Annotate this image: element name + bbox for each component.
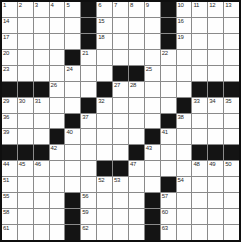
cell-r8c4[interactable] bbox=[50, 114, 65, 129]
cell-r1c10[interactable]: 9 bbox=[145, 2, 160, 17]
cell-r3c14[interactable] bbox=[208, 34, 223, 49]
cell-r5c3[interactable] bbox=[34, 66, 49, 81]
cell-r13c9[interactable] bbox=[129, 193, 144, 208]
clue-number: 6 bbox=[98, 2, 101, 9]
cell-r5c13[interactable] bbox=[192, 66, 207, 81]
cell-r15c7[interactable] bbox=[97, 225, 112, 240]
cell-r3c11-block bbox=[161, 34, 176, 49]
clue-number: 57 bbox=[162, 193, 168, 200]
clue-number: 62 bbox=[82, 225, 88, 232]
cell-r3c15[interactable] bbox=[224, 34, 239, 49]
cell-r6c13-block bbox=[192, 82, 207, 97]
cell-r15c6[interactable]: 62 bbox=[81, 225, 96, 240]
clue-number: 34 bbox=[209, 98, 215, 105]
cell-r11c8-block bbox=[113, 161, 128, 176]
cell-r11c5[interactable] bbox=[65, 161, 80, 176]
clue-number: 13 bbox=[225, 2, 231, 9]
cell-r12c13[interactable] bbox=[192, 177, 207, 192]
cell-r8c14[interactable] bbox=[208, 114, 223, 129]
cell-r13c4[interactable] bbox=[50, 193, 65, 208]
cell-r13c14[interactable] bbox=[208, 193, 223, 208]
clue-number: 7 bbox=[114, 2, 117, 9]
cell-r6c4[interactable]: 26 bbox=[50, 82, 65, 97]
cell-r10c10[interactable]: 43 bbox=[145, 145, 160, 160]
cell-r2c4[interactable] bbox=[50, 18, 65, 33]
cell-r3c6-block bbox=[81, 34, 96, 49]
clue-number: 9 bbox=[146, 2, 149, 9]
clue-number: 3 bbox=[35, 2, 38, 9]
cell-r5c2[interactable] bbox=[18, 66, 33, 81]
clue-number: 36 bbox=[3, 114, 9, 121]
cell-r6c14-block bbox=[208, 82, 223, 97]
cell-r12c6[interactable] bbox=[81, 177, 96, 192]
cell-r14c3[interactable] bbox=[34, 209, 49, 224]
cell-r1c11-block bbox=[161, 2, 176, 17]
cell-r9c15[interactable] bbox=[224, 129, 239, 144]
cell-r10c11[interactable] bbox=[161, 145, 176, 160]
cell-r4c10[interactable] bbox=[145, 50, 160, 65]
cell-r13c15[interactable] bbox=[224, 193, 239, 208]
cell-r4c7[interactable] bbox=[97, 50, 112, 65]
cell-r12c10[interactable] bbox=[145, 177, 160, 192]
clue-number: 30 bbox=[19, 98, 25, 105]
cell-r6c6[interactable] bbox=[81, 82, 96, 97]
cell-r14c9[interactable] bbox=[129, 209, 144, 224]
cell-r7c13[interactable]: 33 bbox=[192, 98, 207, 113]
cell-r3c2[interactable] bbox=[18, 34, 33, 49]
clue-number: 2 bbox=[19, 2, 22, 9]
cell-r13c2[interactable] bbox=[18, 193, 33, 208]
cell-r6c12[interactable] bbox=[177, 82, 192, 97]
cell-r10c7[interactable] bbox=[97, 145, 112, 160]
cell-r1c9[interactable]: 8 bbox=[129, 2, 144, 17]
cell-r9c8[interactable] bbox=[113, 129, 128, 144]
cell-r2c13[interactable] bbox=[192, 18, 207, 33]
cell-r9c5[interactable]: 40 bbox=[65, 129, 80, 144]
cell-r5c5[interactable]: 24 bbox=[65, 66, 80, 81]
cell-r15c9[interactable] bbox=[129, 225, 144, 240]
clue-number: 15 bbox=[98, 18, 104, 25]
cell-r11c9[interactable]: 47 bbox=[129, 161, 144, 176]
cell-r9c3[interactable] bbox=[34, 129, 49, 144]
clue-number: 38 bbox=[178, 114, 184, 121]
cell-r14c4[interactable] bbox=[50, 209, 65, 224]
cell-r10c13-block bbox=[192, 145, 207, 160]
cell-r7c15[interactable]: 35 bbox=[224, 98, 239, 113]
cell-r2c1[interactable]: 14 bbox=[2, 18, 17, 33]
clue-number: 50 bbox=[225, 161, 231, 168]
cell-r4c5-block bbox=[65, 50, 80, 65]
cell-r15c8[interactable] bbox=[113, 225, 128, 240]
cell-r9c13[interactable] bbox=[192, 129, 207, 144]
cell-r7c14[interactable]: 34 bbox=[208, 98, 223, 113]
cell-r11c4[interactable] bbox=[50, 161, 65, 176]
cell-r9c12[interactable] bbox=[177, 129, 192, 144]
cell-r10c12[interactable] bbox=[177, 145, 192, 160]
cell-r5c11[interactable] bbox=[161, 66, 176, 81]
clue-number: 39 bbox=[3, 129, 9, 136]
cell-r1c3[interactable]: 3 bbox=[34, 2, 49, 17]
cell-r7c7[interactable]: 32 bbox=[97, 98, 112, 113]
cell-r15c4[interactable] bbox=[50, 225, 65, 240]
cell-r1c15[interactable]: 13 bbox=[224, 2, 239, 17]
clue-number: 58 bbox=[3, 209, 9, 216]
cell-r5c12[interactable] bbox=[177, 66, 192, 81]
cell-r4c14[interactable] bbox=[208, 50, 223, 65]
cell-r4c8[interactable] bbox=[113, 50, 128, 65]
cell-r6c1-block bbox=[2, 82, 17, 97]
cell-r8c10[interactable] bbox=[145, 114, 160, 129]
cell-r13c5-block bbox=[65, 193, 80, 208]
cell-r8c11-block bbox=[161, 114, 176, 129]
cell-r10c5[interactable] bbox=[65, 145, 80, 160]
clue-number: 31 bbox=[35, 98, 41, 105]
cell-r11c3[interactable]: 46 bbox=[34, 161, 49, 176]
clue-number: 19 bbox=[178, 34, 184, 41]
cell-r10c8[interactable] bbox=[113, 145, 128, 160]
clue-number: 35 bbox=[225, 98, 231, 105]
cell-r14c1[interactable]: 58 bbox=[2, 209, 17, 224]
clue-number: 41 bbox=[162, 129, 168, 136]
clue-number: 11 bbox=[193, 2, 199, 9]
cell-r4c13[interactable] bbox=[192, 50, 207, 65]
clue-number: 56 bbox=[82, 193, 88, 200]
clue-number: 48 bbox=[193, 161, 199, 168]
cell-r12c7[interactable]: 52 bbox=[97, 177, 112, 192]
cell-r6c5[interactable] bbox=[65, 82, 80, 97]
cell-r12c5[interactable] bbox=[65, 177, 80, 192]
cell-r9c9[interactable] bbox=[129, 129, 144, 144]
cell-r15c11[interactable]: 63 bbox=[161, 225, 176, 240]
cell-r14c7[interactable] bbox=[97, 209, 112, 224]
cell-r3c9[interactable] bbox=[129, 34, 144, 49]
cell-r11c7-block bbox=[97, 161, 112, 176]
cell-r3c10[interactable] bbox=[145, 34, 160, 49]
cell-r4c9[interactable] bbox=[129, 50, 144, 65]
cell-r11c15[interactable]: 50 bbox=[224, 161, 239, 176]
cell-r14c10-block bbox=[145, 209, 160, 224]
clue-number: 40 bbox=[66, 129, 72, 136]
cell-r6c11[interactable] bbox=[161, 82, 176, 97]
cell-r7c6-block bbox=[81, 98, 96, 113]
cell-r14c6[interactable]: 59 bbox=[81, 209, 96, 224]
cell-r4c6[interactable]: 21 bbox=[81, 50, 96, 65]
cell-r12c2[interactable] bbox=[18, 177, 33, 192]
clue-number: 46 bbox=[35, 161, 41, 168]
cell-r12c12[interactable]: 54 bbox=[177, 177, 192, 192]
cell-r15c14[interactable] bbox=[208, 225, 223, 240]
cell-r15c15[interactable] bbox=[224, 225, 239, 240]
cell-r14c5-block bbox=[65, 209, 80, 224]
cell-r8c15[interactable] bbox=[224, 114, 239, 129]
cell-r7c3[interactable]: 31 bbox=[34, 98, 49, 113]
clue-number: 37 bbox=[82, 114, 88, 121]
clue-number: 44 bbox=[3, 161, 9, 168]
cell-r1c12[interactable]: 10 bbox=[177, 2, 192, 17]
cell-r12c8[interactable]: 53 bbox=[113, 177, 128, 192]
clue-number: 43 bbox=[146, 145, 152, 152]
cell-r8c3[interactable] bbox=[34, 114, 49, 129]
cell-r9c14[interactable] bbox=[208, 129, 223, 144]
clue-number: 55 bbox=[3, 193, 9, 200]
clue-number: 63 bbox=[162, 225, 168, 232]
cell-r11c11[interactable] bbox=[161, 161, 176, 176]
cell-r8c8[interactable] bbox=[113, 114, 128, 129]
cell-r9c10-block bbox=[145, 129, 160, 144]
cell-r4c15[interactable] bbox=[224, 50, 239, 65]
clue-number: 5 bbox=[66, 2, 69, 9]
cell-r13c6[interactable]: 56 bbox=[81, 193, 96, 208]
clue-number: 53 bbox=[114, 177, 120, 184]
clue-number: 47 bbox=[130, 161, 136, 168]
clue-number: 59 bbox=[82, 209, 88, 216]
cell-r14c13[interactable] bbox=[192, 209, 207, 224]
cell-r4c1[interactable]: 20 bbox=[2, 50, 17, 65]
cell-r2c11-block bbox=[161, 18, 176, 33]
cell-r2c3[interactable] bbox=[34, 18, 49, 33]
cell-r11c13[interactable]: 48 bbox=[192, 161, 207, 176]
cell-r10c1-block bbox=[2, 145, 17, 160]
cell-r12c9[interactable] bbox=[129, 177, 144, 192]
cell-r10c3-block bbox=[34, 145, 49, 160]
cell-r14c14[interactable] bbox=[208, 209, 223, 224]
cell-r6c9[interactable]: 28 bbox=[129, 82, 144, 97]
cell-r10c4[interactable]: 42 bbox=[50, 145, 65, 160]
cell-r4c2[interactable] bbox=[18, 50, 33, 65]
cell-r2c14[interactable] bbox=[208, 18, 223, 33]
cell-r7c2[interactable]: 30 bbox=[18, 98, 33, 113]
cell-r14c11[interactable]: 60 bbox=[161, 209, 176, 224]
cell-r8c9[interactable] bbox=[129, 114, 144, 129]
cell-r9c2[interactable] bbox=[18, 129, 33, 144]
clue-number: 22 bbox=[162, 50, 168, 57]
cell-r13c13[interactable] bbox=[192, 193, 207, 208]
cell-r2c2[interactable] bbox=[18, 18, 33, 33]
clue-number: 24 bbox=[66, 66, 72, 73]
cell-r1c5[interactable]: 5 bbox=[65, 2, 80, 17]
clue-number: 27 bbox=[114, 82, 120, 89]
cell-r5c6[interactable] bbox=[81, 66, 96, 81]
cell-r14c8[interactable] bbox=[113, 209, 128, 224]
cell-r13c7[interactable] bbox=[97, 193, 112, 208]
cell-r6c7-block bbox=[97, 82, 112, 97]
cell-r1c4[interactable]: 4 bbox=[50, 2, 65, 17]
cell-r4c12[interactable] bbox=[177, 50, 192, 65]
clue-number: 61 bbox=[3, 225, 9, 232]
cell-r6c10[interactable] bbox=[145, 82, 160, 97]
cell-r13c10-block bbox=[145, 193, 160, 208]
cell-r7c10[interactable] bbox=[145, 98, 160, 113]
cell-r11c6[interactable] bbox=[81, 161, 96, 176]
cell-r4c11[interactable]: 22 bbox=[161, 50, 176, 65]
cell-r6c8[interactable]: 27 bbox=[113, 82, 128, 97]
cell-r1c2[interactable]: 2 bbox=[18, 2, 33, 17]
cell-r3c8[interactable] bbox=[113, 34, 128, 49]
cell-r10c14-block bbox=[208, 145, 223, 160]
cell-r12c3[interactable] bbox=[34, 177, 49, 192]
clue-number: 42 bbox=[51, 145, 57, 152]
cell-r8c1[interactable]: 36 bbox=[2, 114, 17, 129]
cell-r9c11[interactable]: 41 bbox=[161, 129, 176, 144]
cell-r3c13[interactable] bbox=[192, 34, 207, 49]
cell-r11c12[interactable] bbox=[177, 161, 192, 176]
cell-r2c9[interactable] bbox=[129, 18, 144, 33]
cell-r6c3-block bbox=[34, 82, 49, 97]
cell-r14c12[interactable] bbox=[177, 209, 192, 224]
clue-number: 4 bbox=[51, 2, 54, 9]
cell-r2c6-block bbox=[81, 18, 96, 33]
cell-r2c8[interactable] bbox=[113, 18, 128, 33]
clue-number: 49 bbox=[209, 161, 215, 168]
cell-r15c12[interactable] bbox=[177, 225, 192, 240]
cell-r1c8[interactable]: 7 bbox=[113, 2, 128, 17]
clue-number: 14 bbox=[3, 18, 9, 25]
clue-number: 21 bbox=[82, 50, 88, 57]
cell-r13c12[interactable] bbox=[177, 193, 192, 208]
cell-r6c2-block bbox=[18, 82, 33, 97]
cell-r5c10[interactable]: 25 bbox=[145, 66, 160, 81]
cell-r7c5[interactable] bbox=[65, 98, 80, 113]
clue-number: 60 bbox=[162, 209, 168, 216]
cell-r8c12[interactable]: 38 bbox=[177, 114, 192, 129]
cell-r3c1[interactable]: 17 bbox=[2, 34, 17, 49]
cell-r7c4[interactable] bbox=[50, 98, 65, 113]
cell-r7c1[interactable]: 29 bbox=[2, 98, 17, 113]
cell-r4c3[interactable] bbox=[34, 50, 49, 65]
clue-number: 25 bbox=[146, 66, 152, 73]
cell-r5c9-block bbox=[129, 66, 144, 81]
cell-r5c8-block bbox=[113, 66, 128, 81]
cell-r3c7[interactable]: 18 bbox=[97, 34, 112, 49]
clue-number: 33 bbox=[193, 98, 199, 105]
cell-r12c14[interactable] bbox=[208, 177, 223, 192]
clue-number: 54 bbox=[178, 177, 184, 184]
cell-r15c3[interactable] bbox=[34, 225, 49, 240]
cell-r12c11-block bbox=[161, 177, 176, 192]
clue-number: 29 bbox=[3, 98, 9, 105]
cell-r7c8[interactable] bbox=[113, 98, 128, 113]
cell-r10c6[interactable] bbox=[81, 145, 96, 160]
clue-number: 32 bbox=[98, 98, 104, 105]
clue-number: 26 bbox=[51, 82, 57, 89]
clue-number: 51 bbox=[3, 177, 9, 184]
cell-r13c11[interactable]: 57 bbox=[161, 193, 176, 208]
clue-number: 10 bbox=[178, 2, 184, 9]
cell-r10c2-block bbox=[18, 145, 33, 160]
cell-r5c7[interactable] bbox=[97, 66, 112, 81]
cell-r8c7[interactable] bbox=[97, 114, 112, 129]
cell-r3c3[interactable] bbox=[34, 34, 49, 49]
cell-r15c13[interactable] bbox=[192, 225, 207, 240]
cell-r5c15[interactable] bbox=[224, 66, 239, 81]
cell-r8c13[interactable] bbox=[192, 114, 207, 129]
cell-r12c4[interactable] bbox=[50, 177, 65, 192]
cell-r5c4[interactable] bbox=[50, 66, 65, 81]
cell-r9c7[interactable] bbox=[97, 129, 112, 144]
cell-r8c6[interactable]: 37 bbox=[81, 114, 96, 129]
cell-r15c1[interactable]: 61 bbox=[2, 225, 17, 240]
cell-r1c1[interactable]: 1 bbox=[2, 2, 17, 17]
clue-number: 16 bbox=[178, 18, 184, 25]
cell-r1c6-block bbox=[81, 2, 96, 17]
cell-r9c1[interactable]: 39 bbox=[2, 129, 17, 144]
cell-r6c15-block bbox=[224, 82, 239, 97]
cell-r8c5-block bbox=[65, 114, 80, 129]
clue-number: 28 bbox=[130, 82, 136, 89]
cell-r11c14[interactable]: 49 bbox=[208, 161, 223, 176]
clue-number: 45 bbox=[19, 161, 25, 168]
cell-r10c9-block bbox=[129, 145, 144, 160]
clue-number: 23 bbox=[3, 66, 9, 73]
cell-r5c14[interactable] bbox=[208, 66, 223, 81]
cell-r5c1[interactable]: 23 bbox=[2, 66, 17, 81]
cell-r15c5-block bbox=[65, 225, 80, 240]
cell-r2c12[interactable]: 16 bbox=[177, 18, 192, 33]
cell-r11c1[interactable]: 44 bbox=[2, 161, 17, 176]
cell-r7c12-block bbox=[177, 98, 192, 113]
cell-r4c4[interactable] bbox=[50, 50, 65, 65]
cell-r13c3[interactable] bbox=[34, 193, 49, 208]
clue-number: 20 bbox=[3, 50, 9, 57]
cell-r15c10-block bbox=[145, 225, 160, 240]
cell-r15c2[interactable] bbox=[18, 225, 33, 240]
cell-r7c9[interactable] bbox=[129, 98, 144, 113]
cell-r11c10[interactable] bbox=[145, 161, 160, 176]
cell-r14c2[interactable] bbox=[18, 209, 33, 224]
clue-number: 8 bbox=[130, 2, 133, 9]
cell-r3c12[interactable]: 19 bbox=[177, 34, 192, 49]
crossword-page: 1234567891011121314151617181920212223242… bbox=[0, 0, 241, 242]
cell-r9c6[interactable] bbox=[81, 129, 96, 144]
cell-r2c15[interactable] bbox=[224, 18, 239, 33]
cell-r11c2[interactable]: 45 bbox=[18, 161, 33, 176]
cell-r2c10[interactable] bbox=[145, 18, 160, 33]
cell-r8c2[interactable] bbox=[18, 114, 33, 129]
cell-r1c7[interactable]: 6 bbox=[97, 2, 112, 17]
cell-r12c1[interactable]: 51 bbox=[2, 177, 17, 192]
crossword-board: 1234567891011121314151617181920212223242… bbox=[0, 0, 241, 242]
clue-number: 12 bbox=[209, 2, 215, 9]
cell-r7c11[interactable] bbox=[161, 98, 176, 113]
cell-r9c4-block bbox=[50, 129, 65, 144]
cell-r13c8[interactable] bbox=[113, 193, 128, 208]
cell-r13c1[interactable]: 55 bbox=[2, 193, 17, 208]
cell-r2c5[interactable] bbox=[65, 18, 80, 33]
clue-number: 18 bbox=[98, 34, 104, 41]
cell-r12c15[interactable] bbox=[224, 177, 239, 192]
cell-r14c15[interactable] bbox=[224, 209, 239, 224]
clue-number: 17 bbox=[3, 34, 9, 41]
clue-number: 1 bbox=[3, 2, 6, 9]
cell-r1c14[interactable]: 12 bbox=[208, 2, 223, 17]
cell-r1c13[interactable]: 11 bbox=[192, 2, 207, 17]
cell-r3c5[interactable] bbox=[65, 34, 80, 49]
cell-r2c7[interactable]: 15 bbox=[97, 18, 112, 33]
cell-r3c4[interactable] bbox=[50, 34, 65, 49]
clue-number: 52 bbox=[98, 177, 104, 184]
cell-r10c15-block bbox=[224, 145, 239, 160]
